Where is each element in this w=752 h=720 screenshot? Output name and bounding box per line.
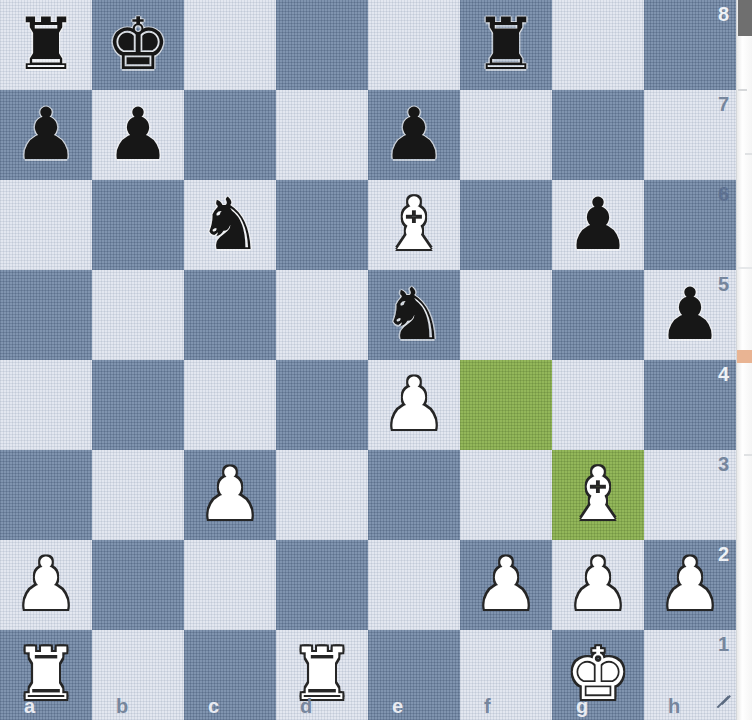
- chess-app: ♜♚♜8♟♟♟7♞♝♟6♞♟5♟4♟♝3♟♟♟♟2♜abc♜def♚g1h: [0, 0, 752, 720]
- square-f6[interactable]: [460, 180, 552, 270]
- white-bishop[interactable]: ♝: [552, 450, 644, 540]
- square-d2[interactable]: [276, 540, 368, 630]
- square-b3[interactable]: [92, 450, 184, 540]
- square-c3[interactable]: ♟: [184, 450, 276, 540]
- rank-label-6: 6: [718, 183, 729, 206]
- square-b6[interactable]: [92, 180, 184, 270]
- square-g5[interactable]: [552, 270, 644, 360]
- square-e6[interactable]: ♝: [368, 180, 460, 270]
- square-c2[interactable]: [184, 540, 276, 630]
- black-rook[interactable]: ♜: [460, 0, 552, 90]
- square-h5[interactable]: ♟5: [644, 270, 736, 360]
- white-king[interactable]: ♚: [552, 630, 644, 720]
- square-e3[interactable]: [368, 450, 460, 540]
- square-c4[interactable]: [184, 360, 276, 450]
- square-g2[interactable]: ♟: [552, 540, 644, 630]
- white-pawn[interactable]: ♟: [552, 540, 644, 630]
- square-a8[interactable]: ♜: [0, 0, 92, 90]
- strip-divider: [745, 153, 752, 155]
- square-g7[interactable]: [552, 90, 644, 180]
- strip-divider: [738, 89, 747, 91]
- white-pawn[interactable]: ♟: [0, 540, 92, 630]
- square-d8[interactable]: [276, 0, 368, 90]
- black-knight[interactable]: ♞: [368, 270, 460, 360]
- square-a2[interactable]: ♟: [0, 540, 92, 630]
- black-pawn[interactable]: ♟: [368, 90, 460, 180]
- square-f8[interactable]: ♜: [460, 0, 552, 90]
- board-resize-handle[interactable]: [712, 692, 734, 710]
- square-g8[interactable]: [552, 0, 644, 90]
- square-d3[interactable]: [276, 450, 368, 540]
- square-h2[interactable]: ♟2: [644, 540, 736, 630]
- square-d1[interactable]: ♜d: [276, 630, 368, 720]
- square-a5[interactable]: [0, 270, 92, 360]
- white-rook[interactable]: ♜: [276, 630, 368, 720]
- square-a7[interactable]: ♟: [0, 90, 92, 180]
- rank-label-1: 1: [718, 633, 729, 656]
- square-h6[interactable]: 6: [644, 180, 736, 270]
- square-f5[interactable]: [460, 270, 552, 360]
- file-label-c: c: [208, 695, 219, 718]
- white-pawn[interactable]: ♟: [368, 360, 460, 450]
- white-pawn[interactable]: ♟: [644, 540, 736, 630]
- white-pawn[interactable]: ♟: [460, 540, 552, 630]
- file-label-e: e: [392, 695, 403, 718]
- square-b7[interactable]: ♟: [92, 90, 184, 180]
- square-d7[interactable]: [276, 90, 368, 180]
- square-e8[interactable]: [368, 0, 460, 90]
- square-g6[interactable]: ♟: [552, 180, 644, 270]
- black-pawn[interactable]: ♟: [92, 90, 184, 180]
- square-h7[interactable]: 7: [644, 90, 736, 180]
- square-e1[interactable]: e: [368, 630, 460, 720]
- square-h8[interactable]: 8: [644, 0, 736, 90]
- rank-label-4: 4: [718, 363, 729, 386]
- strip-divider: [744, 454, 752, 456]
- square-b2[interactable]: [92, 540, 184, 630]
- rank-label-7: 7: [718, 93, 729, 116]
- square-h4[interactable]: 4: [644, 360, 736, 450]
- square-d6[interactable]: [276, 180, 368, 270]
- black-king[interactable]: ♚: [92, 0, 184, 90]
- square-c1[interactable]: c: [184, 630, 276, 720]
- square-g3[interactable]: ♝: [552, 450, 644, 540]
- square-f4[interactable]: [460, 360, 552, 450]
- square-f3[interactable]: [460, 450, 552, 540]
- square-a6[interactable]: [0, 180, 92, 270]
- square-h3[interactable]: 3: [644, 450, 736, 540]
- square-b5[interactable]: [92, 270, 184, 360]
- square-b4[interactable]: [92, 360, 184, 450]
- scroll-marker: [737, 350, 752, 363]
- square-b8[interactable]: ♚: [92, 0, 184, 90]
- square-c5[interactable]: [184, 270, 276, 360]
- square-g1[interactable]: ♚g: [552, 630, 644, 720]
- file-label-h: h: [668, 695, 680, 718]
- file-label-b: b: [116, 695, 128, 718]
- white-bishop[interactable]: ♝: [368, 180, 460, 270]
- square-c6[interactable]: ♞: [184, 180, 276, 270]
- square-a3[interactable]: [0, 450, 92, 540]
- scrollbar-thumb[interactable]: [738, 0, 752, 36]
- square-d4[interactable]: [276, 360, 368, 450]
- strip-divider: [738, 267, 752, 269]
- square-d5[interactable]: [276, 270, 368, 360]
- black-pawn[interactable]: ♟: [644, 270, 736, 360]
- square-e2[interactable]: [368, 540, 460, 630]
- square-c8[interactable]: [184, 0, 276, 90]
- black-pawn[interactable]: ♟: [0, 90, 92, 180]
- square-g4[interactable]: [552, 360, 644, 450]
- black-knight[interactable]: ♞: [184, 180, 276, 270]
- file-label-f: f: [484, 695, 491, 718]
- rank-label-8: 8: [718, 3, 729, 26]
- square-a1[interactable]: ♜a: [0, 630, 92, 720]
- square-a4[interactable]: [0, 360, 92, 450]
- square-e4[interactable]: ♟: [368, 360, 460, 450]
- square-f2[interactable]: ♟: [460, 540, 552, 630]
- square-f1[interactable]: f: [460, 630, 552, 720]
- square-e7[interactable]: ♟: [368, 90, 460, 180]
- rank-label-3: 3: [718, 453, 729, 476]
- black-pawn[interactable]: ♟: [552, 180, 644, 270]
- white-pawn[interactable]: ♟: [184, 450, 276, 540]
- square-c7[interactable]: [184, 90, 276, 180]
- scrollbar[interactable]: [736, 0, 752, 720]
- white-rook[interactable]: ♜: [0, 630, 92, 720]
- chess-board: ♜♚♜8♟♟♟7♞♝♟6♞♟5♟4♟♝3♟♟♟♟2♜abc♜def♚g1h: [0, 0, 736, 720]
- square-f7[interactable]: [460, 90, 552, 180]
- square-e5[interactable]: ♞: [368, 270, 460, 360]
- square-b1[interactable]: b: [92, 630, 184, 720]
- black-rook[interactable]: ♜: [0, 0, 92, 90]
